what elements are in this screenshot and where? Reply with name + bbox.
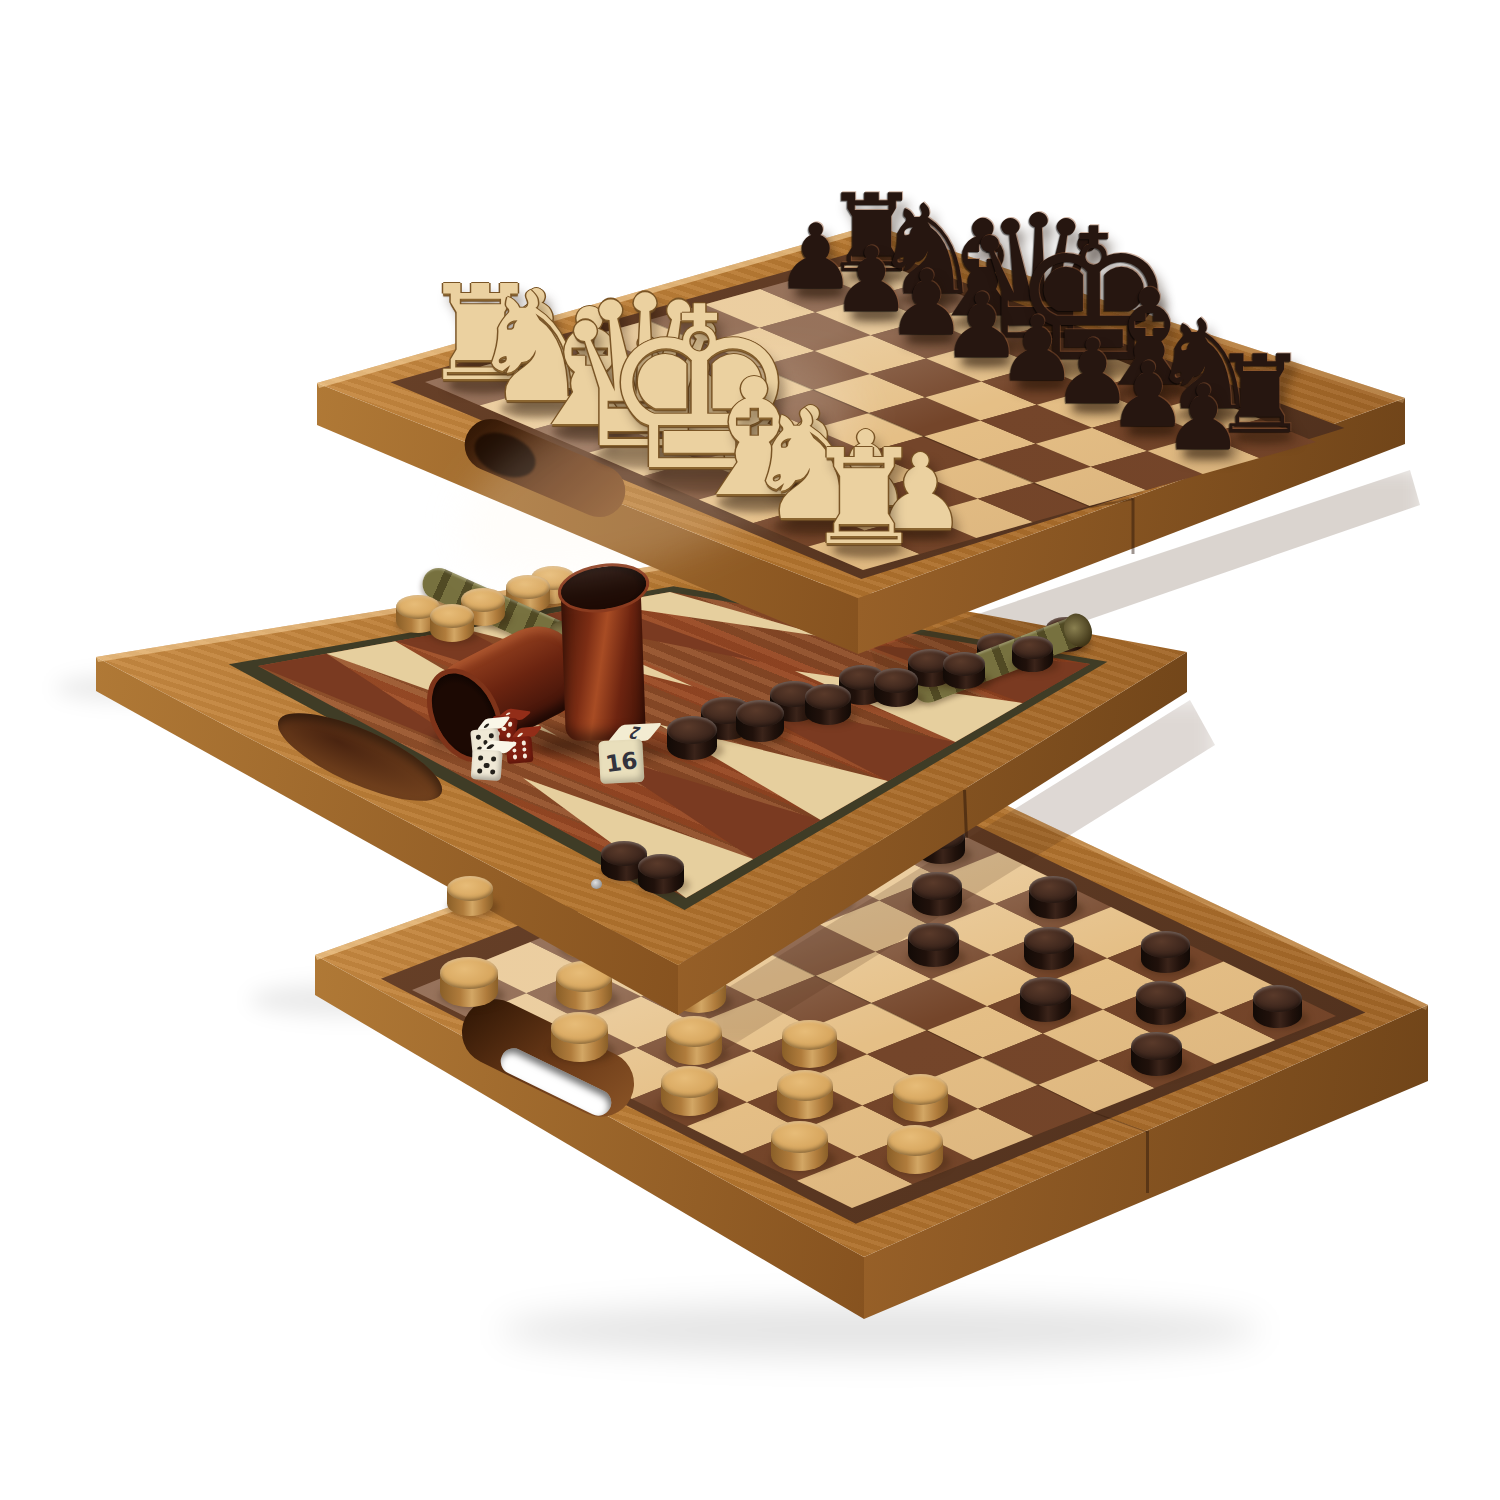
game-set-product-photo: 216 ♜♞♝♛♚♝♞♜♟♟♟♟♟♟♟♟♟♟♟♟♟♟♟♟♜♞♝♛♚♝♞♜ — [0, 0, 1500, 1500]
chess-piece-white-rook-h1: ♜ — [805, 431, 923, 563]
chess-piece-black-pawn-h7: ♟ — [1163, 373, 1244, 463]
chess-board-layer: ♜♞♝♛♚♝♞♜♟♟♟♟♟♟♟♟♟♟♟♟♟♟♟♟♜♞♝♛♚♝♞♜ — [0, 0, 1500, 1500]
